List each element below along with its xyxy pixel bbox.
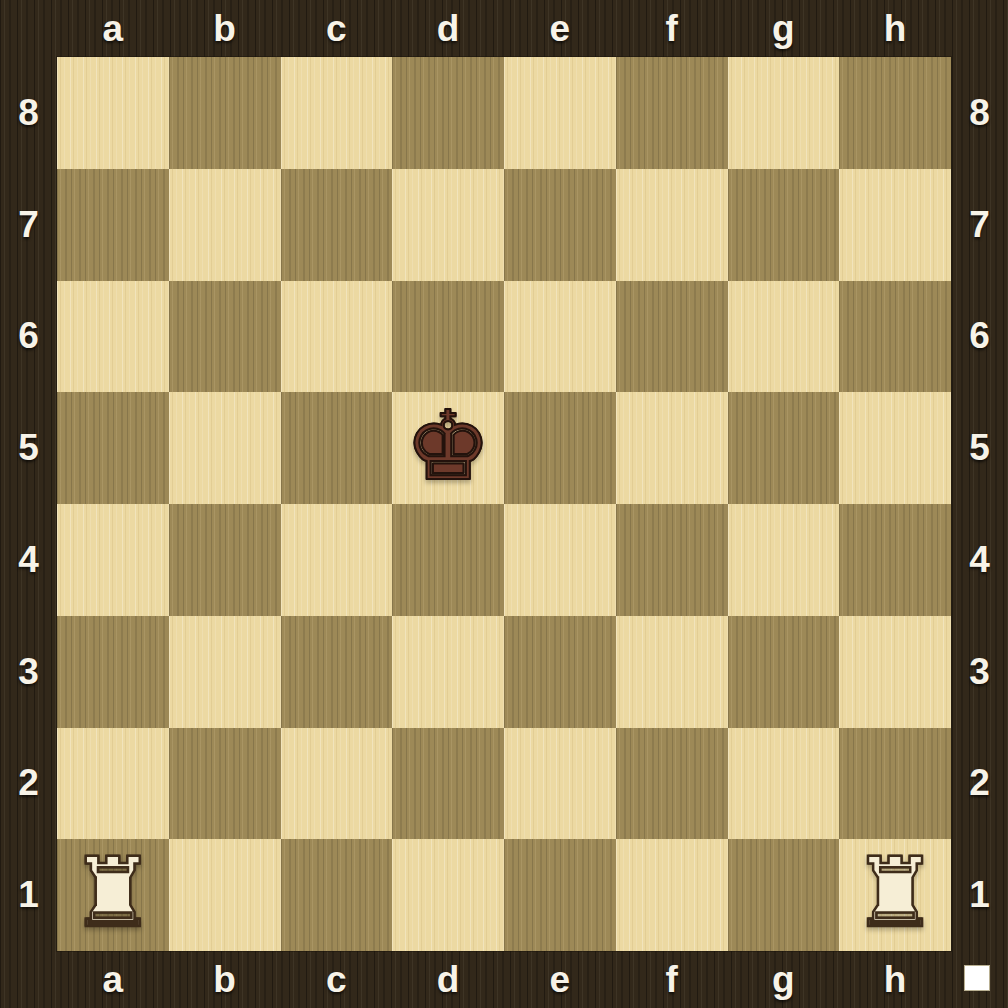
file-labels-bottom: abcdefgh (57, 951, 951, 1008)
square-b1[interactable] (169, 839, 281, 951)
rank-label-5: 5 (0, 392, 57, 504)
square-b2[interactable] (169, 728, 281, 840)
rank-label-4: 4 (951, 504, 1008, 616)
square-a3[interactable] (57, 616, 169, 728)
square-a4[interactable] (57, 504, 169, 616)
square-g2[interactable] (728, 728, 840, 840)
square-f4[interactable] (616, 504, 728, 616)
square-c4[interactable] (281, 504, 393, 616)
square-c7[interactable] (281, 169, 393, 281)
square-a8[interactable] (57, 57, 169, 169)
square-a7[interactable] (57, 169, 169, 281)
square-e7[interactable] (504, 169, 616, 281)
rank-label-3: 3 (0, 616, 57, 728)
rank-labels-left: 87654321 (0, 57, 57, 951)
file-label-b: b (169, 0, 281, 57)
black-king-d5[interactable]: ♚ (405, 398, 491, 494)
file-label-c: c (281, 0, 393, 57)
square-e6[interactable] (504, 281, 616, 393)
square-d8[interactable] (392, 57, 504, 169)
square-e1[interactable] (504, 839, 616, 951)
file-label-a: a (57, 951, 169, 1008)
square-h4[interactable] (839, 504, 951, 616)
file-label-b: b (169, 951, 281, 1008)
square-h6[interactable] (839, 281, 951, 393)
square-a6[interactable] (57, 281, 169, 393)
file-label-e: e (504, 0, 616, 57)
file-label-a: a (57, 0, 169, 57)
square-h1[interactable]: ♜ (839, 839, 951, 951)
file-label-d: d (392, 0, 504, 57)
rank-label-2: 2 (951, 728, 1008, 840)
board: ♚♜♜ (57, 57, 951, 951)
square-g3[interactable] (728, 616, 840, 728)
square-b4[interactable] (169, 504, 281, 616)
square-g5[interactable] (728, 392, 840, 504)
square-c6[interactable] (281, 281, 393, 393)
square-e4[interactable] (504, 504, 616, 616)
white-rook-h1[interactable]: ♜ (852, 845, 938, 941)
rank-label-6: 6 (951, 281, 1008, 393)
square-h5[interactable] (839, 392, 951, 504)
square-h2[interactable] (839, 728, 951, 840)
square-f8[interactable] (616, 57, 728, 169)
square-d3[interactable] (392, 616, 504, 728)
square-d4[interactable] (392, 504, 504, 616)
rank-label-4: 4 (0, 504, 57, 616)
square-b3[interactable] (169, 616, 281, 728)
square-b6[interactable] (169, 281, 281, 393)
square-f5[interactable] (616, 392, 728, 504)
square-g8[interactable] (728, 57, 840, 169)
file-label-h: h (839, 951, 951, 1008)
file-label-e: e (504, 951, 616, 1008)
rank-label-1: 1 (951, 839, 1008, 951)
rank-label-8: 8 (951, 57, 1008, 169)
white-to-move-indicator (964, 965, 990, 991)
file-label-h: h (839, 0, 951, 57)
file-label-g: g (728, 0, 840, 57)
square-e2[interactable] (504, 728, 616, 840)
square-d1[interactable] (392, 839, 504, 951)
rank-labels-right: 87654321 (951, 57, 1008, 951)
rank-label-5: 5 (951, 392, 1008, 504)
square-e8[interactable] (504, 57, 616, 169)
square-f3[interactable] (616, 616, 728, 728)
square-c1[interactable] (281, 839, 393, 951)
rank-label-7: 7 (0, 169, 57, 281)
square-c5[interactable] (281, 392, 393, 504)
file-label-g: g (728, 951, 840, 1008)
square-d7[interactable] (392, 169, 504, 281)
square-f2[interactable] (616, 728, 728, 840)
square-b8[interactable] (169, 57, 281, 169)
square-g1[interactable] (728, 839, 840, 951)
file-label-f: f (616, 0, 728, 57)
rank-label-3: 3 (951, 616, 1008, 728)
square-a2[interactable] (57, 728, 169, 840)
rank-label-6: 6 (0, 281, 57, 393)
square-e5[interactable] (504, 392, 616, 504)
square-b5[interactable] (169, 392, 281, 504)
file-label-f: f (616, 951, 728, 1008)
file-label-d: d (392, 951, 504, 1008)
square-f7[interactable] (616, 169, 728, 281)
rank-label-1: 1 (0, 839, 57, 951)
square-c2[interactable] (281, 728, 393, 840)
square-a1[interactable]: ♜ (57, 839, 169, 951)
square-f6[interactable] (616, 281, 728, 393)
square-h3[interactable] (839, 616, 951, 728)
square-f1[interactable] (616, 839, 728, 951)
file-labels-top: abcdefgh (57, 0, 951, 57)
rank-label-7: 7 (951, 169, 1008, 281)
square-g4[interactable] (728, 504, 840, 616)
square-e3[interactable] (504, 616, 616, 728)
file-label-c: c (281, 951, 393, 1008)
square-c8[interactable] (281, 57, 393, 169)
square-d6[interactable] (392, 281, 504, 393)
rank-label-8: 8 (0, 57, 57, 169)
square-c3[interactable] (281, 616, 393, 728)
square-b7[interactable] (169, 169, 281, 281)
rank-label-2: 2 (0, 728, 57, 840)
square-g6[interactable] (728, 281, 840, 393)
square-d2[interactable] (392, 728, 504, 840)
square-a5[interactable] (57, 392, 169, 504)
square-h7[interactable] (839, 169, 951, 281)
white-rook-a1[interactable]: ♜ (70, 845, 156, 941)
square-h8[interactable] (839, 57, 951, 169)
square-d5[interactable]: ♚ (392, 392, 504, 504)
board-frame: abcdefgh 87654321 87654321 abcdefgh ♚♜♜ (0, 0, 1008, 1008)
square-g7[interactable] (728, 169, 840, 281)
